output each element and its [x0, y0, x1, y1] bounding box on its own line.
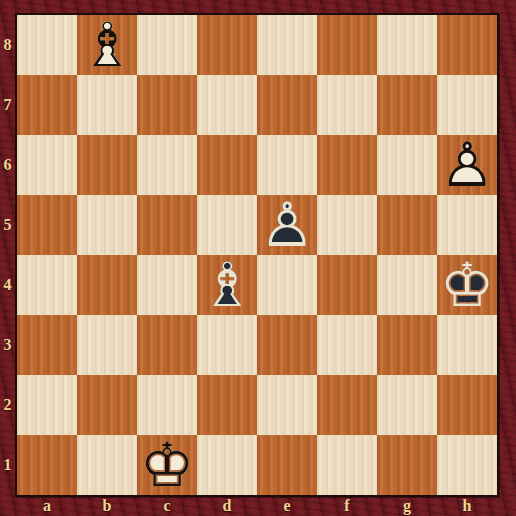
piece-outline-glyph: ♗: [77, 15, 137, 75]
rank-label-1: 1: [0, 435, 15, 495]
square-d5[interactable]: [197, 195, 257, 255]
square-f4[interactable]: [317, 255, 377, 315]
rank-label-2: 2: [0, 375, 15, 435]
square-b3[interactable]: [77, 315, 137, 375]
square-b1[interactable]: [77, 435, 137, 495]
square-f7[interactable]: [317, 75, 377, 135]
square-h3[interactable]: [437, 315, 497, 375]
file-label-f: f: [317, 497, 377, 516]
square-g5[interactable]: [377, 195, 437, 255]
square-f6[interactable]: [317, 135, 377, 195]
rank-label-4: 4: [0, 255, 15, 315]
square-h5[interactable]: [437, 195, 497, 255]
square-g4[interactable]: [377, 255, 437, 315]
square-e2[interactable]: [257, 375, 317, 435]
white-bishop[interactable]: ♝♗: [77, 15, 137, 75]
piece-outline-glyph: ♙: [437, 135, 497, 195]
rank-label-3: 3: [0, 315, 15, 375]
file-label-a: a: [17, 497, 77, 516]
square-c5[interactable]: [137, 195, 197, 255]
square-e3[interactable]: [257, 315, 317, 375]
square-g6[interactable]: [377, 135, 437, 195]
piece-outline-glyph: ♗: [197, 255, 257, 315]
square-e5[interactable]: ♟♙: [257, 195, 317, 255]
square-h8[interactable]: [437, 15, 497, 75]
square-c2[interactable]: [137, 375, 197, 435]
square-a8[interactable]: [17, 15, 77, 75]
square-c1[interactable]: ♚♔: [137, 435, 197, 495]
square-b2[interactable]: [77, 375, 137, 435]
square-e1[interactable]: [257, 435, 317, 495]
square-e6[interactable]: [257, 135, 317, 195]
square-c7[interactable]: [137, 75, 197, 135]
square-b5[interactable]: [77, 195, 137, 255]
square-g2[interactable]: [377, 375, 437, 435]
rank-label-6: 6: [0, 135, 15, 195]
square-h6[interactable]: ♟♙: [437, 135, 497, 195]
file-label-d: d: [197, 497, 257, 516]
square-e8[interactable]: [257, 15, 317, 75]
square-g8[interactable]: [377, 15, 437, 75]
square-d3[interactable]: [197, 315, 257, 375]
square-e4[interactable]: [257, 255, 317, 315]
piece-outline-glyph: ♙: [257, 195, 317, 255]
board: ♝♗♟♙♟♙♝♗♚♔♚♔: [15, 13, 499, 497]
square-b4[interactable]: [77, 255, 137, 315]
square-d2[interactable]: [197, 375, 257, 435]
file-label-g: g: [377, 497, 437, 516]
black-bishop[interactable]: ♝♗: [197, 255, 257, 315]
square-g3[interactable]: [377, 315, 437, 375]
square-f8[interactable]: [317, 15, 377, 75]
square-g7[interactable]: [377, 75, 437, 135]
rank-label-8: 8: [0, 15, 15, 75]
square-f5[interactable]: [317, 195, 377, 255]
square-a3[interactable]: [17, 315, 77, 375]
white-king[interactable]: ♚♔: [137, 435, 197, 495]
black-pawn[interactable]: ♟♙: [257, 195, 317, 255]
square-f2[interactable]: [317, 375, 377, 435]
board-frame: 87654321 abcdefgh ♝♗♟♙♟♙♝♗♚♔♚♔: [0, 0, 516, 516]
black-king[interactable]: ♚♔: [437, 255, 497, 315]
white-pawn[interactable]: ♟♙: [437, 135, 497, 195]
square-b6[interactable]: [77, 135, 137, 195]
piece-outline-glyph: ♔: [437, 255, 497, 315]
square-g1[interactable]: [377, 435, 437, 495]
file-label-h: h: [437, 497, 497, 516]
square-a1[interactable]: [17, 435, 77, 495]
square-e7[interactable]: [257, 75, 317, 135]
square-a4[interactable]: [17, 255, 77, 315]
square-h1[interactable]: [437, 435, 497, 495]
square-f1[interactable]: [317, 435, 377, 495]
square-h7[interactable]: [437, 75, 497, 135]
square-c3[interactable]: [137, 315, 197, 375]
square-c8[interactable]: [137, 15, 197, 75]
piece-outline-glyph: ♔: [137, 435, 197, 495]
square-d8[interactable]: [197, 15, 257, 75]
square-c6[interactable]: [137, 135, 197, 195]
file-label-b: b: [77, 497, 137, 516]
square-a5[interactable]: [17, 195, 77, 255]
square-f3[interactable]: [317, 315, 377, 375]
square-d4[interactable]: ♝♗: [197, 255, 257, 315]
square-h4[interactable]: ♚♔: [437, 255, 497, 315]
square-c4[interactable]: [137, 255, 197, 315]
rank-label-5: 5: [0, 195, 15, 255]
file-label-e: e: [257, 497, 317, 516]
rank-label-7: 7: [0, 75, 15, 135]
square-d1[interactable]: [197, 435, 257, 495]
square-a2[interactable]: [17, 375, 77, 435]
square-b8[interactable]: ♝♗: [77, 15, 137, 75]
square-d7[interactable]: [197, 75, 257, 135]
square-d6[interactable]: [197, 135, 257, 195]
square-h2[interactable]: [437, 375, 497, 435]
square-a6[interactable]: [17, 135, 77, 195]
square-a7[interactable]: [17, 75, 77, 135]
square-b7[interactable]: [77, 75, 137, 135]
